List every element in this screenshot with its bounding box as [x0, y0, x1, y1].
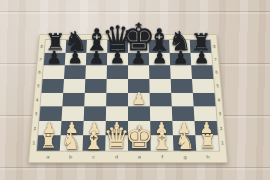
piece-white-king-e1[interactable]: ♚	[125, 121, 153, 153]
piece-white-bishop-c1[interactable]: ♝	[83, 127, 105, 152]
piece-black-pawn-b7[interactable]: ♟	[68, 49, 83, 66]
piece-black-pawn-d7[interactable]: ♟	[110, 49, 125, 66]
piece-black-pawn-c7[interactable]: ♟	[89, 49, 104, 66]
piece-white-knight-b1[interactable]: ♞	[61, 129, 81, 151]
piece-black-pawn-e7[interactable]: ♟	[131, 49, 146, 66]
piece-white-rook-h1[interactable]: ♜	[199, 132, 216, 151]
piece-white-bishop-f1[interactable]: ♝	[151, 127, 173, 152]
piece-white-knight-g1[interactable]: ♞	[175, 129, 195, 151]
wood-floor-background: abcdefgh 87654321 87654321 ♜♞♝♛♚♝♞♜♟♟♟♟♟…	[0, 0, 270, 180]
piece-black-pawn-f7[interactable]: ♟	[152, 49, 167, 66]
piece-white-pawn-e4[interactable]: ♟	[132, 91, 146, 107]
piece-white-rook-a1[interactable]: ♜	[40, 132, 57, 151]
piece-black-pawn-h7[interactable]: ♟	[194, 49, 209, 66]
piece-black-pawn-g7[interactable]: ♟	[173, 49, 188, 66]
piece-layer: ♜♞♝♛♚♝♞♜♟♟♟♟♟♟♟♟♟♟♟♟♟♟♟♟♜♞♝♛♚♝♞♜	[0, 0, 270, 180]
piece-black-pawn-a7[interactable]: ♟	[47, 49, 62, 66]
